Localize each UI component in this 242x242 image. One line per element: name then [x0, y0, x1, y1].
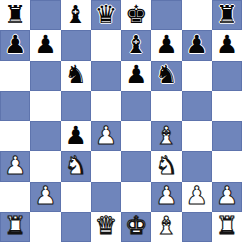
black-king-piece[interactable]: ♚ — [125, 2, 147, 27]
square-h6[interactable] — [212, 61, 242, 91]
square-g6[interactable] — [182, 61, 212, 91]
square-a3[interactable]: ♟ — [0, 151, 30, 181]
white-king-piece[interactable]: ♚ — [125, 213, 147, 238]
black-pawn-piece[interactable]: ♟ — [4, 32, 26, 57]
square-c4[interactable]: ♟ — [61, 121, 91, 151]
square-b8[interactable] — [30, 0, 60, 30]
black-rook-piece[interactable]: ♜ — [4, 2, 26, 27]
white-pawn-piece[interactable]: ♟ — [216, 183, 238, 208]
square-a6[interactable] — [0, 61, 30, 91]
square-d3[interactable] — [91, 151, 121, 181]
chess-board: ♜♝♛♚♜♟♟♝♟♟♟♞♟♞♟♟♝♟♞♞♟♟♟♟♜♛♚♝♜ — [0, 0, 242, 242]
square-h3[interactable] — [212, 151, 242, 181]
square-a8[interactable]: ♜ — [0, 0, 30, 30]
black-queen-piece[interactable]: ♛ — [95, 2, 117, 27]
square-e5[interactable] — [121, 91, 151, 121]
square-f3[interactable]: ♞ — [151, 151, 181, 181]
square-b2[interactable]: ♟ — [30, 182, 60, 212]
black-knight-piece[interactable]: ♞ — [155, 62, 177, 87]
square-e1[interactable]: ♚ — [121, 212, 151, 242]
square-b7[interactable]: ♟ — [30, 30, 60, 60]
black-pawn-piece[interactable]: ♟ — [216, 32, 238, 57]
square-c8[interactable]: ♝ — [61, 0, 91, 30]
square-c6[interactable]: ♞ — [61, 61, 91, 91]
black-pawn-piece[interactable]: ♟ — [64, 123, 86, 148]
square-b3[interactable] — [30, 151, 60, 181]
square-h5[interactable] — [212, 91, 242, 121]
black-pawn-piece[interactable]: ♟ — [185, 32, 207, 57]
square-b5[interactable] — [30, 91, 60, 121]
square-h1[interactable]: ♜ — [212, 212, 242, 242]
square-c2[interactable] — [61, 182, 91, 212]
square-e4[interactable] — [121, 121, 151, 151]
square-h4[interactable] — [212, 121, 242, 151]
square-g5[interactable] — [182, 91, 212, 121]
square-c3[interactable]: ♞ — [61, 151, 91, 181]
white-pawn-piece[interactable]: ♟ — [4, 153, 26, 178]
square-c7[interactable] — [61, 30, 91, 60]
square-f1[interactable]: ♝ — [151, 212, 181, 242]
white-pawn-piece[interactable]: ♟ — [34, 183, 56, 208]
white-pawn-piece[interactable]: ♟ — [155, 183, 177, 208]
white-knight-piece[interactable]: ♞ — [155, 153, 177, 178]
square-d6[interactable] — [91, 61, 121, 91]
square-f4[interactable]: ♝ — [151, 121, 181, 151]
square-g4[interactable] — [182, 121, 212, 151]
black-bishop-piece[interactable]: ♝ — [125, 32, 147, 57]
square-g3[interactable] — [182, 151, 212, 181]
square-d8[interactable]: ♛ — [91, 0, 121, 30]
square-b6[interactable] — [30, 61, 60, 91]
square-b1[interactable] — [30, 212, 60, 242]
square-d1[interactable]: ♛ — [91, 212, 121, 242]
black-pawn-piece[interactable]: ♟ — [125, 62, 147, 87]
white-rook-piece[interactable]: ♜ — [216, 213, 238, 238]
square-e3[interactable] — [121, 151, 151, 181]
square-g1[interactable] — [182, 212, 212, 242]
square-d5[interactable] — [91, 91, 121, 121]
white-bishop-piece[interactable]: ♝ — [155, 213, 177, 238]
square-g2[interactable]: ♟ — [182, 182, 212, 212]
square-d4[interactable]: ♟ — [91, 121, 121, 151]
square-f7[interactable]: ♟ — [151, 30, 181, 60]
white-knight-piece[interactable]: ♞ — [64, 153, 86, 178]
square-h2[interactable]: ♟ — [212, 182, 242, 212]
white-rook-piece[interactable]: ♜ — [4, 213, 26, 238]
square-a1[interactable]: ♜ — [0, 212, 30, 242]
square-f8[interactable] — [151, 0, 181, 30]
black-bishop-piece[interactable]: ♝ — [64, 2, 86, 27]
square-d2[interactable] — [91, 182, 121, 212]
square-h8[interactable]: ♜ — [212, 0, 242, 30]
square-f2[interactable]: ♟ — [151, 182, 181, 212]
white-bishop-piece[interactable]: ♝ — [155, 123, 177, 148]
square-g7[interactable]: ♟ — [182, 30, 212, 60]
square-h7[interactable]: ♟ — [212, 30, 242, 60]
square-g8[interactable] — [182, 0, 212, 30]
square-e2[interactable] — [121, 182, 151, 212]
square-d7[interactable] — [91, 30, 121, 60]
square-c5[interactable] — [61, 91, 91, 121]
black-pawn-piece[interactable]: ♟ — [34, 32, 56, 57]
square-a2[interactable] — [0, 182, 30, 212]
black-rook-piece[interactable]: ♜ — [216, 2, 238, 27]
black-knight-piece[interactable]: ♞ — [64, 62, 86, 87]
square-e8[interactable]: ♚ — [121, 0, 151, 30]
black-pawn-piece[interactable]: ♟ — [155, 32, 177, 57]
square-e6[interactable]: ♟ — [121, 61, 151, 91]
square-f6[interactable]: ♞ — [151, 61, 181, 91]
square-f5[interactable] — [151, 91, 181, 121]
square-a4[interactable] — [0, 121, 30, 151]
square-a5[interactable] — [0, 91, 30, 121]
square-a7[interactable]: ♟ — [0, 30, 30, 60]
white-pawn-piece[interactable]: ♟ — [95, 123, 117, 148]
square-e7[interactable]: ♝ — [121, 30, 151, 60]
white-pawn-piece[interactable]: ♟ — [185, 183, 207, 208]
white-queen-piece[interactable]: ♛ — [95, 213, 117, 238]
square-c1[interactable] — [61, 212, 91, 242]
square-b4[interactable] — [30, 121, 60, 151]
